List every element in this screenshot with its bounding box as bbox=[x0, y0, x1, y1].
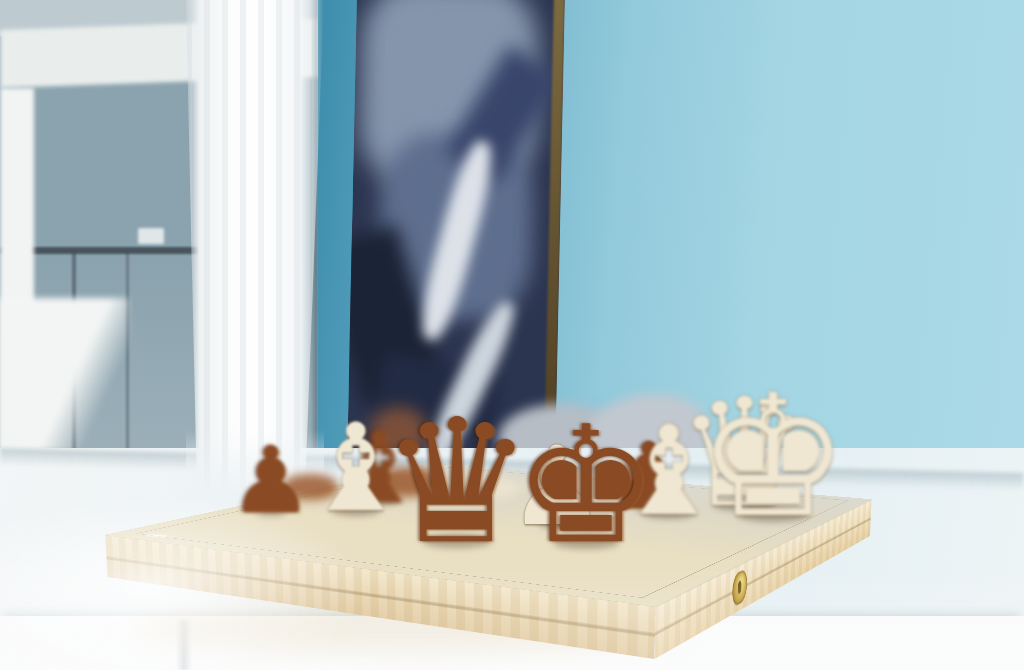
light-switch bbox=[138, 228, 164, 244]
room-photo-chess-set: ♟♝♝♛♟♚♟♝♛♚ bbox=[0, 0, 1024, 670]
